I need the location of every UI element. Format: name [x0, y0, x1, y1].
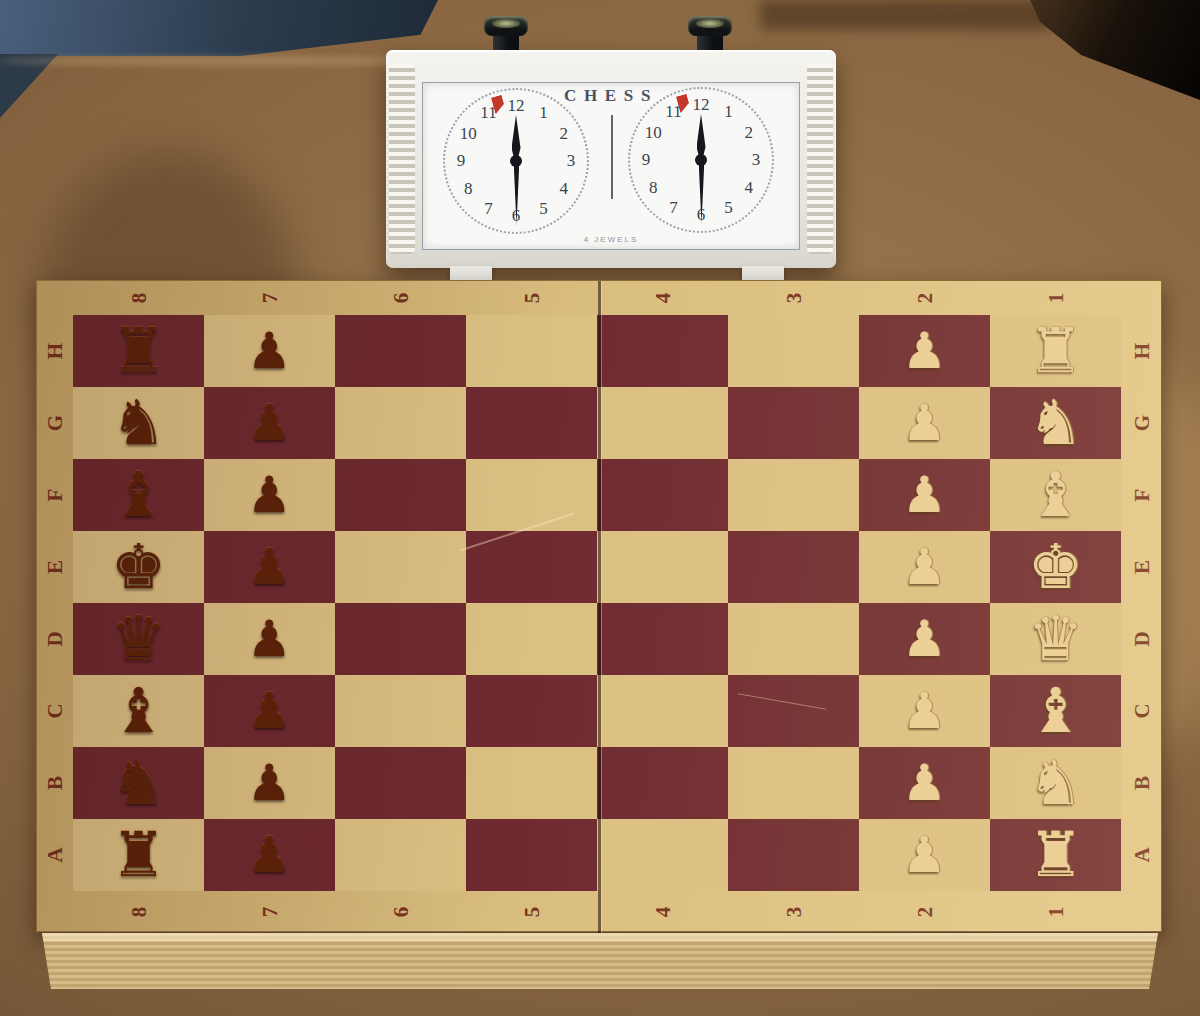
square-c5[interactable]	[466, 675, 597, 747]
clock-hand-hub	[695, 154, 707, 166]
square-g4[interactable]	[597, 387, 728, 459]
clock-face-divider	[611, 115, 613, 199]
clock-hand-hub	[510, 155, 522, 167]
clock-button-left-cap	[484, 16, 528, 36]
dial-numeral-11: 11	[665, 102, 681, 122]
square-g2[interactable]: ♟	[859, 387, 990, 459]
piece-white-pawn-g2[interactable]: ♟	[859, 387, 990, 459]
square-h5[interactable]	[466, 315, 597, 387]
square-b4[interactable]	[597, 747, 728, 819]
piece-black-pawn-h7[interactable]: ♟	[204, 315, 335, 387]
square-a1[interactable]: ♜	[990, 819, 1121, 891]
square-a4[interactable]	[597, 819, 728, 891]
square-c3[interactable]	[728, 675, 859, 747]
square-a5[interactable]	[466, 819, 597, 891]
rank-labels-bottom: 87654321	[73, 891, 1121, 933]
piece-black-rook-h8[interactable]: ♜	[73, 315, 204, 387]
dial-numeral-1: 1	[539, 103, 548, 123]
square-b1[interactable]: ♞	[990, 747, 1121, 819]
dial-numeral-8: 8	[649, 178, 658, 198]
background-dark-corner	[1030, 0, 1200, 100]
square-c6[interactable]	[335, 675, 466, 747]
dial-numeral-5: 5	[539, 199, 548, 219]
square-g7[interactable]: ♟	[204, 387, 335, 459]
square-a7[interactable]: ♟	[204, 819, 335, 891]
clock-face: CHESS 121234567891011 121234567891011 4 …	[422, 82, 800, 250]
square-h1[interactable]: ♜	[990, 315, 1121, 387]
rank-labels-top: 87654321	[73, 281, 1121, 315]
square-a8[interactable]: ♜	[73, 819, 204, 891]
dial-numeral-6: 6	[697, 205, 706, 225]
piece-black-queen-d8[interactable]: ♛	[73, 603, 204, 675]
file-labels-right: HGFEDCBA	[1121, 315, 1163, 891]
square-h6[interactable]	[335, 315, 466, 387]
piece-black-bishop-f8[interactable]: ♝	[73, 459, 204, 531]
square-c2[interactable]: ♟	[859, 675, 990, 747]
piece-black-knight-b8[interactable]: ♞	[73, 747, 204, 819]
dial-numeral-10: 10	[645, 123, 662, 143]
piece-black-pawn-a7[interactable]: ♟	[204, 819, 335, 891]
square-g5[interactable]	[466, 387, 597, 459]
clock-body: CHESS 121234567891011 121234567891011 4 …	[386, 50, 836, 268]
piece-black-pawn-e7[interactable]: ♟	[204, 531, 335, 603]
square-c1[interactable]: ♝	[990, 675, 1121, 747]
square-f4[interactable]	[597, 459, 728, 531]
square-e3[interactable]	[728, 531, 859, 603]
square-f3[interactable]	[728, 459, 859, 531]
square-f6[interactable]	[335, 459, 466, 531]
square-h3[interactable]	[728, 315, 859, 387]
table-edge-highlight	[0, 56, 450, 66]
square-e8[interactable]: ♚	[73, 531, 204, 603]
piece-white-pawn-a2[interactable]: ♟	[859, 819, 990, 891]
piece-black-pawn-c7[interactable]: ♟	[204, 675, 335, 747]
board-grid: ♜♟♟♜♞♟♟♞♝♟♟♝♚♟♟♚♛♟♟♛♝♟♟♝♞♟♟♞♜♟♟♜	[73, 315, 1121, 891]
piece-white-knight-g1[interactable]: ♞	[990, 387, 1121, 459]
dial-numeral-12: 12	[693, 95, 710, 115]
clock-rib-right	[807, 64, 833, 254]
dial-numeral-4: 4	[559, 179, 568, 199]
square-a2[interactable]: ♟	[859, 819, 990, 891]
clock-button-right-cap	[688, 16, 732, 36]
square-b2[interactable]: ♟	[859, 747, 990, 819]
dial-numeral-10: 10	[460, 124, 477, 144]
square-f8[interactable]: ♝	[73, 459, 204, 531]
square-d1[interactable]: ♛	[990, 603, 1121, 675]
square-f7[interactable]: ♟	[204, 459, 335, 531]
square-h8[interactable]: ♜	[73, 315, 204, 387]
clock-dial-left: 121234567891011	[441, 86, 591, 236]
square-d6[interactable]	[335, 603, 466, 675]
square-a3[interactable]	[728, 819, 859, 891]
dial-numeral-1: 1	[724, 102, 733, 122]
square-d8[interactable]: ♛	[73, 603, 204, 675]
piece-white-pawn-f2[interactable]: ♟	[859, 459, 990, 531]
square-h2[interactable]: ♟	[859, 315, 990, 387]
clock-dial-right: 121234567891011	[626, 85, 776, 235]
piece-white-pawn-c2[interactable]: ♟	[859, 675, 990, 747]
piece-white-bishop-f1[interactable]: ♝	[990, 459, 1121, 531]
square-e7[interactable]: ♟	[204, 531, 335, 603]
square-e2[interactable]: ♟	[859, 531, 990, 603]
square-g6[interactable]	[335, 387, 466, 459]
piece-white-rook-h1[interactable]: ♜	[990, 315, 1121, 387]
square-e5[interactable]	[466, 531, 597, 603]
square-d2[interactable]: ♟	[859, 603, 990, 675]
square-e4[interactable]	[597, 531, 728, 603]
square-d3[interactable]	[728, 603, 859, 675]
piece-black-bishop-c8[interactable]: ♝	[73, 675, 204, 747]
square-b8[interactable]: ♞	[73, 747, 204, 819]
dial-numeral-8: 8	[464, 179, 473, 199]
square-d4[interactable]	[597, 603, 728, 675]
file-labels-left: HGFEDCBA	[37, 315, 73, 891]
piece-black-pawn-g7[interactable]: ♟	[204, 387, 335, 459]
square-c8[interactable]: ♝	[73, 675, 204, 747]
square-b3[interactable]	[728, 747, 859, 819]
piece-black-pawn-b7[interactable]: ♟	[204, 747, 335, 819]
piece-white-bishop-c1[interactable]: ♝	[990, 675, 1121, 747]
piece-white-rook-a1[interactable]: ♜	[990, 819, 1121, 891]
piece-black-rook-a8[interactable]: ♜	[73, 819, 204, 891]
dial-numeral-7: 7	[669, 198, 678, 218]
dial-numeral-9: 9	[642, 150, 651, 170]
square-c7[interactable]: ♟	[204, 675, 335, 747]
piece-white-pawn-h2[interactable]: ♟	[859, 315, 990, 387]
dial-numeral-2: 2	[744, 123, 753, 143]
piece-black-knight-g8[interactable]: ♞	[73, 387, 204, 459]
dial-numeral-6: 6	[512, 206, 521, 226]
clock-rib-left	[389, 64, 415, 254]
dial-numeral-4: 4	[744, 178, 753, 198]
square-e1[interactable]: ♚	[990, 531, 1121, 603]
square-h7[interactable]: ♟	[204, 315, 335, 387]
background-chair	[0, 0, 438, 56]
square-d7[interactable]: ♟	[204, 603, 335, 675]
dial-numeral-7: 7	[484, 199, 493, 219]
dial-numeral-11: 11	[480, 103, 496, 123]
square-a6[interactable]	[335, 819, 466, 891]
square-c4[interactable]	[597, 675, 728, 747]
piece-black-pawn-f7[interactable]: ♟	[204, 459, 335, 531]
square-b6[interactable]	[335, 747, 466, 819]
square-f5[interactable]	[466, 459, 597, 531]
piece-black-king-e8[interactable]: ♚	[73, 531, 204, 603]
square-g1[interactable]: ♞	[990, 387, 1121, 459]
square-e6[interactable]	[335, 531, 466, 603]
piece-white-pawn-e2[interactable]: ♟	[859, 531, 990, 603]
chess-clock: CHESS 121234567891011 121234567891011 4 …	[386, 16, 836, 296]
dial-numeral-12: 12	[508, 96, 525, 116]
square-f2[interactable]: ♟	[859, 459, 990, 531]
dial-numeral-9: 9	[457, 151, 466, 171]
square-b7[interactable]: ♟	[204, 747, 335, 819]
square-f1[interactable]: ♝	[990, 459, 1121, 531]
square-d5[interactable]	[466, 603, 597, 675]
chess-board: 87654321 87654321 HGFEDCBA HGFEDCBA ♜♟♟♜…	[36, 280, 1162, 932]
piece-white-queen-d1[interactable]: ♛	[990, 603, 1121, 675]
piece-white-knight-b1[interactable]: ♞	[990, 747, 1121, 819]
dial-numeral-3: 3	[567, 151, 576, 171]
dial-numeral-3: 3	[752, 150, 761, 170]
piece-black-pawn-d7[interactable]: ♟	[204, 603, 335, 675]
piece-white-pawn-b2[interactable]: ♟	[859, 747, 990, 819]
square-h4[interactable]	[597, 315, 728, 387]
piece-white-pawn-d2[interactable]: ♟	[859, 603, 990, 675]
board-plywood-edge	[42, 933, 1158, 989]
square-b5[interactable]	[466, 747, 597, 819]
clock-jewels-label: 4 JEWELS	[423, 235, 799, 244]
dial-numeral-5: 5	[724, 198, 733, 218]
square-g3[interactable]	[728, 387, 859, 459]
board-hinge-highlight	[601, 281, 602, 989]
piece-white-king-e1[interactable]: ♚	[990, 531, 1121, 603]
square-g8[interactable]: ♞	[73, 387, 204, 459]
dial-numeral-2: 2	[559, 124, 568, 144]
